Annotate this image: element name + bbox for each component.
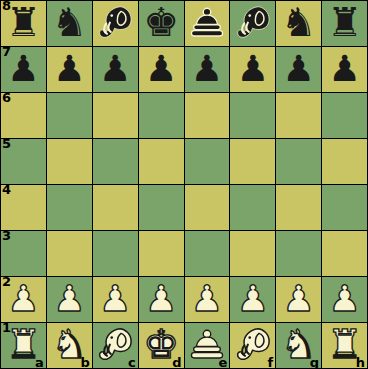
square-g7[interactable]: ♟ bbox=[276, 47, 321, 92]
square-g6[interactable] bbox=[276, 93, 321, 138]
square-a4[interactable]: 4 bbox=[1, 185, 46, 230]
piece-black-pawn[interactable]: ♟ bbox=[99, 51, 131, 87]
square-f2[interactable]: ♟ bbox=[230, 277, 275, 322]
rank-label-3: 3 bbox=[2, 231, 11, 243]
piece-black-rook[interactable]: ♜ bbox=[327, 2, 363, 42]
rank-label-2: 2 bbox=[2, 277, 11, 289]
piece-white-pawn[interactable]: ♟ bbox=[145, 281, 177, 317]
piece-black-pawn[interactable]: ♟ bbox=[283, 51, 315, 87]
square-e1[interactable]: e bbox=[185, 323, 230, 368]
square-c3[interactable] bbox=[93, 231, 138, 276]
square-d4[interactable] bbox=[139, 185, 184, 230]
piece-white-pawn[interactable]: ♟ bbox=[191, 281, 223, 317]
square-d8[interactable]: ♚ bbox=[139, 1, 184, 46]
square-b3[interactable] bbox=[47, 231, 92, 276]
square-g1[interactable]: g♞ bbox=[276, 323, 321, 368]
file-label-d: d bbox=[172, 356, 181, 368]
square-g8[interactable]: ♞ bbox=[276, 1, 321, 46]
shatranj-board: 8♜♞ ♚ ♞♜7♟♟♟♟♟♟♟♟65432♟♟♟♟♟♟♟♟1a♜b♞c d♚e… bbox=[0, 0, 368, 369]
square-c1[interactable]: c bbox=[93, 323, 138, 368]
square-a3[interactable]: 3 bbox=[1, 231, 46, 276]
square-e7[interactable]: ♟ bbox=[185, 47, 230, 92]
square-h3[interactable] bbox=[322, 231, 367, 276]
square-g5[interactable] bbox=[276, 139, 321, 184]
piece-black-pawn[interactable]: ♟ bbox=[53, 51, 85, 87]
square-c2[interactable]: ♟ bbox=[93, 277, 138, 322]
piece-black-elephant[interactable] bbox=[94, 3, 136, 45]
piece-white-pawn[interactable]: ♟ bbox=[283, 281, 315, 317]
square-a8[interactable]: 8♜ bbox=[1, 1, 46, 46]
square-h2[interactable]: ♟ bbox=[322, 277, 367, 322]
piece-black-knight[interactable]: ♞ bbox=[51, 2, 87, 42]
square-f3[interactable] bbox=[230, 231, 275, 276]
square-b6[interactable] bbox=[47, 93, 92, 138]
square-d5[interactable] bbox=[139, 139, 184, 184]
file-label-c: c bbox=[128, 356, 136, 368]
rank-label-1: 1 bbox=[2, 323, 11, 335]
piece-white-pawn[interactable]: ♟ bbox=[7, 281, 39, 317]
square-b5[interactable] bbox=[47, 139, 92, 184]
square-c4[interactable] bbox=[93, 185, 138, 230]
piece-black-pawn[interactable]: ♟ bbox=[237, 51, 269, 87]
piece-white-pawn[interactable]: ♟ bbox=[237, 281, 269, 317]
square-h5[interactable] bbox=[322, 139, 367, 184]
file-label-f: f bbox=[268, 356, 274, 368]
square-a1[interactable]: 1a♜ bbox=[1, 323, 46, 368]
square-a6[interactable]: 6 bbox=[1, 93, 46, 138]
square-f8[interactable] bbox=[230, 1, 275, 46]
piece-white-pawn[interactable]: ♟ bbox=[328, 281, 360, 317]
square-e4[interactable] bbox=[185, 185, 230, 230]
square-f1[interactable]: f bbox=[230, 323, 275, 368]
square-h6[interactable] bbox=[322, 93, 367, 138]
piece-black-elephant[interactable] bbox=[232, 3, 274, 45]
square-b1[interactable]: b♞ bbox=[47, 323, 92, 368]
square-g2[interactable]: ♟ bbox=[276, 277, 321, 322]
square-g3[interactable] bbox=[276, 231, 321, 276]
square-b4[interactable] bbox=[47, 185, 92, 230]
square-c5[interactable] bbox=[93, 139, 138, 184]
square-b7[interactable]: ♟ bbox=[47, 47, 92, 92]
file-label-h: h bbox=[356, 356, 365, 368]
square-d1[interactable]: d♚ bbox=[139, 323, 184, 368]
piece-black-ferz[interactable] bbox=[187, 4, 227, 44]
square-h1[interactable]: h♜ bbox=[322, 323, 367, 368]
square-f5[interactable] bbox=[230, 139, 275, 184]
square-h8[interactable]: ♜ bbox=[322, 1, 367, 46]
piece-black-pawn[interactable]: ♟ bbox=[328, 51, 360, 87]
square-e6[interactable] bbox=[185, 93, 230, 138]
square-d6[interactable] bbox=[139, 93, 184, 138]
piece-white-pawn[interactable]: ♟ bbox=[99, 281, 131, 317]
square-h4[interactable] bbox=[322, 185, 367, 230]
square-d2[interactable]: ♟ bbox=[139, 277, 184, 322]
piece-black-pawn[interactable]: ♟ bbox=[7, 51, 39, 87]
file-label-g: g bbox=[310, 356, 319, 368]
square-c6[interactable] bbox=[93, 93, 138, 138]
square-c7[interactable]: ♟ bbox=[93, 47, 138, 92]
piece-white-pawn[interactable]: ♟ bbox=[53, 281, 85, 317]
square-b2[interactable]: ♟ bbox=[47, 277, 92, 322]
rank-label-7: 7 bbox=[2, 47, 11, 59]
piece-black-pawn[interactable]: ♟ bbox=[145, 51, 177, 87]
square-a7[interactable]: 7♟ bbox=[1, 47, 46, 92]
square-f6[interactable] bbox=[230, 93, 275, 138]
square-g4[interactable] bbox=[276, 185, 321, 230]
file-label-e: e bbox=[219, 356, 228, 368]
rank-label-5: 5 bbox=[2, 139, 11, 151]
file-label-a: a bbox=[35, 356, 44, 368]
square-c8[interactable] bbox=[93, 1, 138, 46]
square-f7[interactable]: ♟ bbox=[230, 47, 275, 92]
square-e2[interactable]: ♟ bbox=[185, 277, 230, 322]
file-label-b: b bbox=[80, 356, 89, 368]
rank-label-8: 8 bbox=[2, 1, 11, 13]
square-d7[interactable]: ♟ bbox=[139, 47, 184, 92]
square-e8[interactable] bbox=[185, 1, 230, 46]
piece-black-pawn[interactable]: ♟ bbox=[191, 51, 223, 87]
square-b8[interactable]: ♞ bbox=[47, 1, 92, 46]
square-d3[interactable] bbox=[139, 231, 184, 276]
rank-label-4: 4 bbox=[2, 185, 11, 197]
square-e5[interactable] bbox=[185, 139, 230, 184]
piece-black-knight[interactable]: ♞ bbox=[281, 2, 317, 42]
square-f4[interactable] bbox=[230, 185, 275, 230]
square-a2[interactable]: 2♟ bbox=[1, 277, 46, 322]
piece-black-king[interactable]: ♚ bbox=[143, 2, 179, 42]
square-h7[interactable]: ♟ bbox=[322, 47, 367, 92]
square-e3[interactable] bbox=[185, 231, 230, 276]
square-a5[interactable]: 5 bbox=[1, 139, 46, 184]
rank-label-6: 6 bbox=[2, 93, 11, 105]
